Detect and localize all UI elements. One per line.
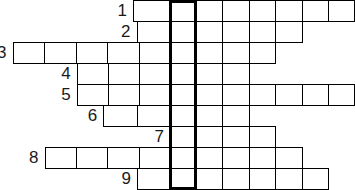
crossword-cell[interactable]: [77, 63, 109, 85]
row-number-label-9: 9: [99, 168, 131, 190]
crossword-cell[interactable]: [196, 42, 223, 64]
crossword-cell[interactable]: [302, 84, 329, 106]
crossword-solution-cell[interactable]: [170, 84, 197, 106]
crossword-cell[interactable]: [302, 0, 329, 22]
row-number-label-5: 5: [39, 84, 71, 106]
crossword-cell[interactable]: [249, 0, 276, 22]
crossword-cell[interactable]: [275, 147, 302, 169]
crossword-cell[interactable]: [196, 21, 223, 43]
crossword-cell[interactable]: [222, 0, 249, 22]
crossword-solution-cell[interactable]: [170, 168, 197, 190]
crossword-cell[interactable]: [222, 21, 249, 43]
crossword-cell[interactable]: [137, 21, 172, 43]
crossword-cell[interactable]: [275, 84, 302, 106]
crossword-cell[interactable]: [139, 63, 171, 85]
crossword-cell[interactable]: [275, 168, 302, 190]
crossword-cell[interactable]: [196, 105, 223, 127]
crossword-cell[interactable]: [249, 21, 276, 43]
crossword-cell[interactable]: [275, 0, 302, 22]
crossword-cell[interactable]: [222, 168, 249, 190]
crossword-cell[interactable]: [249, 84, 276, 106]
crossword-cell[interactable]: [76, 42, 109, 64]
crossword-cell[interactable]: [222, 105, 249, 127]
crossword-cell[interactable]: [13, 42, 46, 64]
crossword-cell[interactable]: [137, 105, 171, 127]
crossword-solution-cell[interactable]: [170, 147, 197, 169]
crossword-solution-cell[interactable]: [170, 63, 197, 85]
crossword-cell[interactable]: [302, 168, 329, 190]
crossword-cell[interactable]: [222, 63, 249, 85]
crossword-cell[interactable]: [44, 42, 77, 64]
row-number-label-4: 4: [39, 63, 71, 85]
crossword-cell[interactable]: [222, 84, 249, 106]
crossword-cell[interactable]: [249, 147, 276, 169]
crossword-cell[interactable]: [249, 42, 276, 64]
row-number-label-8: 8: [7, 147, 39, 169]
crossword-cell[interactable]: [139, 147, 171, 169]
crossword-cell[interactable]: [196, 0, 223, 22]
crossword-cell[interactable]: [108, 63, 140, 85]
crossword-cell[interactable]: [196, 147, 223, 169]
crossword-cell[interactable]: [77, 84, 109, 106]
crossword-cell[interactable]: [103, 105, 137, 127]
crossword-cell[interactable]: [196, 126, 223, 148]
crossword-cell[interactable]: [222, 126, 249, 148]
crossword-solution-cell[interactable]: [170, 105, 197, 127]
crossword-cell[interactable]: [45, 147, 77, 169]
crossword-cell[interactable]: [133, 0, 171, 22]
crossword-cell[interactable]: [137, 168, 171, 190]
crossword-cell[interactable]: [328, 0, 355, 22]
row-number-label-1: 1: [95, 0, 127, 22]
row-number-label-6: 6: [65, 105, 97, 127]
crossword-board: 123456789: [0, 0, 355, 190]
crossword-cell[interactable]: [249, 168, 276, 190]
crossword-cell[interactable]: [275, 21, 302, 43]
crossword-cell[interactable]: [196, 63, 223, 85]
crossword-cell[interactable]: [108, 84, 140, 106]
crossword-solution-cell[interactable]: [170, 42, 197, 64]
crossword-cell[interactable]: [76, 147, 108, 169]
crossword-cell[interactable]: [107, 147, 139, 169]
crossword-cell[interactable]: [107, 42, 140, 64]
row-number-label-2: 2: [99, 21, 131, 43]
crossword-solution-cell[interactable]: [170, 126, 197, 148]
row-number-label-3: 3: [0, 42, 7, 64]
crossword-cell[interactable]: [196, 168, 223, 190]
crossword-cell[interactable]: [196, 84, 223, 106]
crossword-cell[interactable]: [328, 84, 355, 106]
crossword-cell[interactable]: [222, 147, 249, 169]
row-number-label-7: 7: [132, 126, 164, 148]
crossword-cell[interactable]: [249, 126, 276, 148]
crossword-solution-cell[interactable]: [170, 0, 197, 22]
crossword-solution-cell[interactable]: [170, 21, 197, 43]
crossword-cell[interactable]: [139, 42, 172, 64]
crossword-cell[interactable]: [222, 42, 249, 64]
crossword-cell[interactable]: [139, 84, 171, 106]
